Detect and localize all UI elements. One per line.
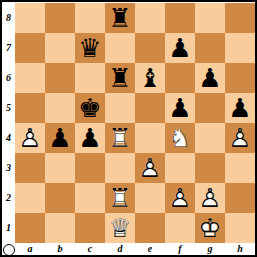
square-e4[interactable]	[135, 123, 165, 153]
square-h8[interactable]	[225, 3, 255, 33]
square-a1[interactable]	[15, 213, 45, 243]
square-e3[interactable]: ♟♙	[135, 153, 165, 183]
file-label-c: c	[75, 243, 105, 255]
square-g3[interactable]	[195, 153, 225, 183]
square-g6[interactable]: ♟	[195, 63, 225, 93]
square-b3[interactable]	[45, 153, 75, 183]
square-g1[interactable]: ♚♔	[195, 213, 225, 243]
rank-label-5: 5	[2, 93, 15, 123]
square-b2[interactable]	[45, 183, 75, 213]
piece-black-pawn: ♟	[75, 123, 105, 153]
square-f5[interactable]: ♟	[165, 93, 195, 123]
square-d6[interactable]: ♜	[105, 63, 135, 93]
square-h1[interactable]	[225, 213, 255, 243]
piece-white-queen: ♕	[105, 213, 135, 243]
chess-diagram: ♜♛♟♜♝♟♚♟♟♟♙♟♟♜♖♞♘♟♙♟♙♜♖♟♙♟♙♛♕♚♔ 87654321…	[0, 0, 257, 257]
square-e6[interactable]: ♝	[135, 63, 165, 93]
piece-white-pawn: ♙	[195, 183, 225, 213]
square-a8[interactable]	[15, 3, 45, 33]
rank-label-7: 7	[2, 33, 15, 63]
square-e8[interactable]	[135, 3, 165, 33]
file-label-d: d	[105, 243, 135, 255]
piece-white-rook: ♖	[105, 183, 135, 213]
square-g5[interactable]	[195, 93, 225, 123]
file-label-h: h	[225, 243, 255, 255]
file-label-e: e	[135, 243, 165, 255]
square-h5[interactable]: ♟	[225, 93, 255, 123]
file-label-b: b	[45, 243, 75, 255]
piece-black-pawn: ♟	[165, 33, 195, 63]
square-f7[interactable]: ♟	[165, 33, 195, 63]
square-d1[interactable]: ♛♕	[105, 213, 135, 243]
square-h2[interactable]	[225, 183, 255, 213]
square-b4[interactable]: ♟	[45, 123, 75, 153]
square-c1[interactable]	[75, 213, 105, 243]
square-e1[interactable]	[135, 213, 165, 243]
square-d8[interactable]: ♜	[105, 3, 135, 33]
square-c4[interactable]: ♟	[75, 123, 105, 153]
square-b8[interactable]	[45, 3, 75, 33]
rank-label-1: 1	[2, 213, 15, 243]
square-a6[interactable]	[15, 63, 45, 93]
piece-black-pawn: ♟	[45, 123, 75, 153]
square-e7[interactable]	[135, 33, 165, 63]
piece-black-rook: ♜	[105, 3, 135, 33]
piece-black-pawn: ♟	[165, 93, 195, 123]
file-label-f: f	[165, 243, 195, 255]
piece-white-pawn: ♙	[135, 153, 165, 183]
square-h7[interactable]	[225, 33, 255, 63]
square-e2[interactable]	[135, 183, 165, 213]
square-d7[interactable]	[105, 33, 135, 63]
square-d5[interactable]	[105, 93, 135, 123]
piece-black-rook: ♜	[105, 63, 135, 93]
square-g4[interactable]	[195, 123, 225, 153]
piece-white-pawn: ♙	[165, 183, 195, 213]
rank-label-4: 4	[2, 123, 15, 153]
piece-white-knight: ♘	[165, 123, 195, 153]
piece-white-pawn: ♙	[225, 123, 255, 153]
square-g2[interactable]: ♟♙	[195, 183, 225, 213]
piece-white-pawn: ♙	[15, 123, 45, 153]
square-d4[interactable]: ♜♖	[105, 123, 135, 153]
square-a3[interactable]	[15, 153, 45, 183]
piece-black-pawn: ♟	[225, 93, 255, 123]
square-b6[interactable]	[45, 63, 75, 93]
square-g7[interactable]	[195, 33, 225, 63]
square-c5[interactable]: ♚	[75, 93, 105, 123]
piece-black-queen: ♛	[75, 33, 105, 63]
square-c7[interactable]: ♛	[75, 33, 105, 63]
square-e5[interactable]	[135, 93, 165, 123]
square-b7[interactable]	[45, 33, 75, 63]
rank-label-3: 3	[2, 153, 15, 183]
square-h6[interactable]	[225, 63, 255, 93]
piece-black-pawn: ♟	[195, 63, 225, 93]
square-b5[interactable]	[45, 93, 75, 123]
square-c8[interactable]	[75, 3, 105, 33]
file-label-a: a	[15, 243, 45, 255]
piece-white-king: ♔	[195, 213, 225, 243]
square-c6[interactable]	[75, 63, 105, 93]
square-f8[interactable]	[165, 3, 195, 33]
file-label-g: g	[195, 243, 225, 255]
rank-label-8: 8	[2, 3, 15, 33]
square-f4[interactable]: ♞♘	[165, 123, 195, 153]
square-f3[interactable]	[165, 153, 195, 183]
square-a4[interactable]: ♟♙	[15, 123, 45, 153]
square-h3[interactable]	[225, 153, 255, 183]
square-d3[interactable]	[105, 153, 135, 183]
piece-white-rook: ♖	[105, 123, 135, 153]
piece-black-bishop: ♝	[135, 63, 165, 93]
square-f6[interactable]	[165, 63, 195, 93]
square-f1[interactable]	[165, 213, 195, 243]
rank-label-2: 2	[2, 183, 15, 213]
square-c3[interactable]	[75, 153, 105, 183]
square-a2[interactable]	[15, 183, 45, 213]
square-c2[interactable]	[75, 183, 105, 213]
square-f2[interactable]: ♟♙	[165, 183, 195, 213]
piece-black-king: ♚	[75, 93, 105, 123]
square-b1[interactable]	[45, 213, 75, 243]
square-g8[interactable]	[195, 3, 225, 33]
square-d2[interactable]: ♜♖	[105, 183, 135, 213]
white-to-move-circle-icon	[3, 244, 15, 256]
chess-board: ♜♛♟♜♝♟♚♟♟♟♙♟♟♜♖♞♘♟♙♟♙♜♖♟♙♟♙♛♕♚♔	[15, 3, 255, 243]
square-h4[interactable]: ♟♙	[225, 123, 255, 153]
rank-label-6: 6	[2, 63, 15, 93]
square-a5[interactable]	[15, 93, 45, 123]
square-a7[interactable]	[15, 33, 45, 63]
